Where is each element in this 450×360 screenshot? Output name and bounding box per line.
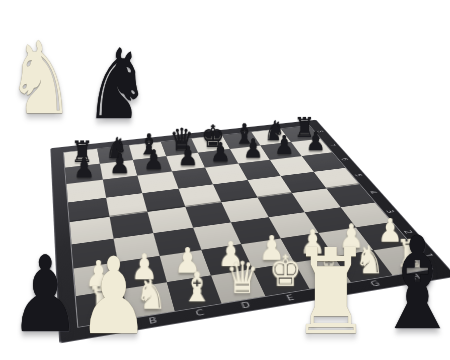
white-queen-on-d1: ♛ <box>223 260 262 296</box>
square-a6 <box>67 180 106 202</box>
black-pawn-on-f7: ♟ <box>239 138 267 160</box>
black-pawn-on-c7: ♟ <box>139 149 168 172</box>
loose-white-pawn: ♟ <box>78 254 149 341</box>
square-b5 <box>106 193 148 217</box>
loose-black-bishop: ♝ <box>374 232 450 337</box>
black-pawn-on-e7: ♟ <box>206 142 235 164</box>
loose-white-knight: ♞ <box>7 38 74 120</box>
black-pawn-on-a7: ♟ <box>69 157 99 180</box>
square-d4 <box>185 202 231 227</box>
black-pawn-on-d7: ♟ <box>173 146 202 168</box>
square-c1: ♝ <box>167 275 221 311</box>
square-b6 <box>102 176 142 198</box>
rank-label-5: 5 <box>340 170 377 179</box>
square-c5 <box>142 188 185 211</box>
loose-black-pawn: ♟ <box>10 252 81 338</box>
black-pawn-on-b7: ♟ <box>105 153 135 176</box>
chess-set-product-photo: ♜♞♝♛♚♝♞♜♟♟♟♟♟♟♟♟♟♟♟♟♟♟♟♟♜♞♝♛♚♝♞♜ ABCDEFG… <box>0 0 450 360</box>
loose-black-knight: ♞ <box>85 45 150 125</box>
loose-white-rook: ♜ <box>291 244 370 341</box>
white-bishop-on-c1: ♝ <box>177 270 217 304</box>
black-pawn-on-g7: ♟ <box>271 135 299 157</box>
